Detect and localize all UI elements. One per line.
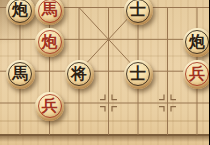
piece-black-horse[interactable]: 馬 (6, 60, 35, 89)
piece-black-general[interactable]: 将 (65, 60, 94, 89)
piece-black-advisor[interactable]: 士 (124, 60, 153, 89)
piece-black-cannon[interactable]: 炮 (183, 28, 210, 57)
piece-black-cannon[interactable]: 炮 (6, 0, 35, 25)
piece-red-cannon[interactable]: 炮 (35, 28, 64, 57)
piece-black-advisor[interactable]: 士 (124, 0, 153, 25)
piece-red-soldier[interactable]: 兵 (183, 60, 210, 89)
river-edge-shadow (0, 136, 209, 142)
grid-lines-horizontal (0, 8, 209, 104)
xiangqi-board[interactable]: 炮馬士炮炮馬将士兵兵 (0, 0, 209, 145)
piece-red-soldier[interactable]: 兵 (35, 92, 64, 121)
